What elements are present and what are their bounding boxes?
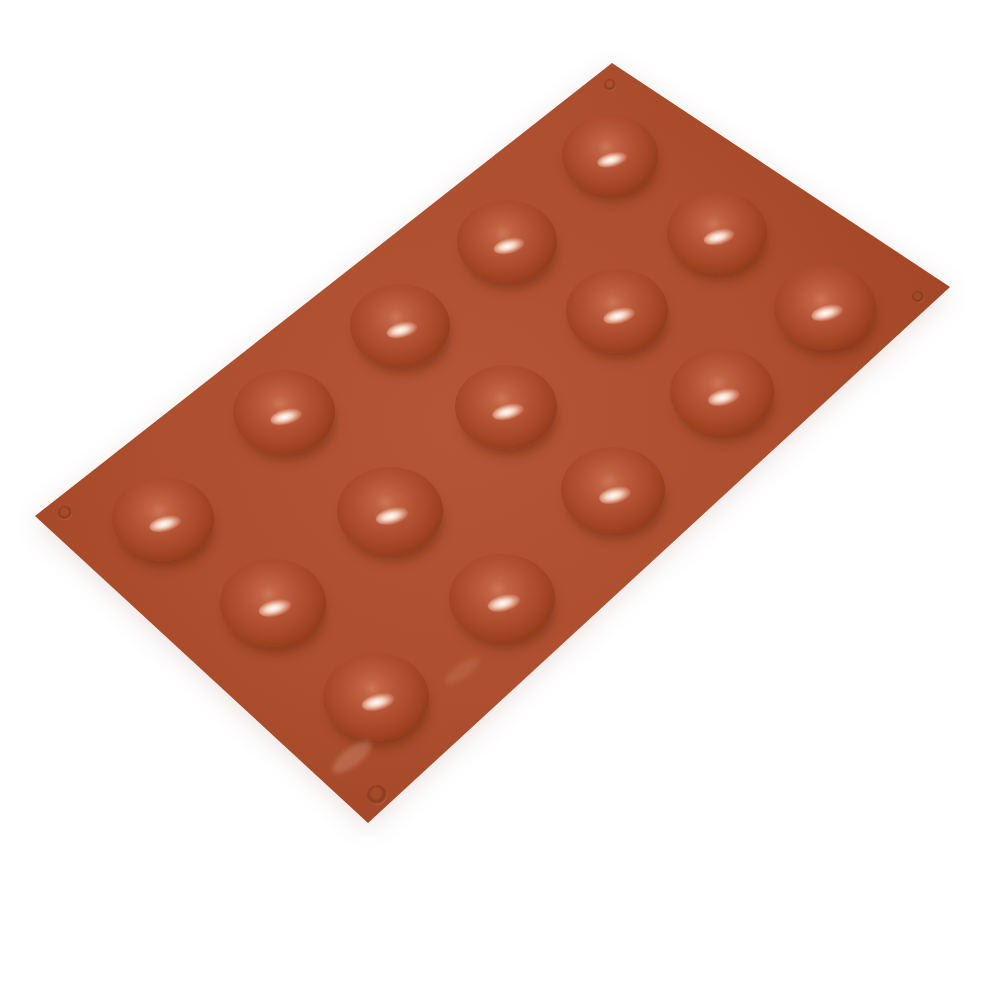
dome-specular-highlight <box>810 302 844 324</box>
mold-dome-r4c2 <box>337 467 443 555</box>
surface-sheen-mark <box>328 735 377 779</box>
mold-dome-r5c2 <box>220 559 326 647</box>
mold-dome-r1c3 <box>774 266 876 351</box>
mold-dome-r2c1 <box>457 200 557 283</box>
silicone-mold-tray <box>0 0 1000 1000</box>
dome-specular-highlight <box>598 484 633 507</box>
mold-dome-r5c1 <box>112 477 214 562</box>
dome-specular-highlight <box>486 592 522 615</box>
dome-specular-highlight <box>385 319 419 341</box>
mold-shadow-wrap <box>0 0 1000 1000</box>
mold-dome-r1c2 <box>667 191 767 274</box>
mold-dome-r3c3 <box>561 447 665 533</box>
dome-specular-highlight <box>492 235 526 257</box>
dome-specular-highlight <box>269 406 303 428</box>
dome-specular-highlight <box>148 513 182 535</box>
mold-dome-r2c3 <box>670 349 774 435</box>
mold-dome-r3c2 <box>455 365 557 450</box>
mold-dome-r1c1 <box>562 115 658 195</box>
surface-sheen-mark <box>442 654 483 688</box>
dome-specular-highlight <box>360 691 396 714</box>
mold-dome-r4c1 <box>233 370 335 455</box>
corner-hang-hole-top <box>604 79 616 91</box>
dome-specular-highlight <box>596 149 628 170</box>
dome-specular-highlight <box>602 305 636 327</box>
mold-dome-r4c3 <box>449 554 555 642</box>
corner-hang-hole-left <box>58 506 72 520</box>
dome-specular-highlight <box>491 401 525 423</box>
dome-specular-highlight <box>702 226 736 248</box>
mold-dome-r5c3 <box>323 653 429 741</box>
corner-hang-hole-bottom <box>367 785 387 805</box>
mold-dome-r2c2 <box>566 269 668 354</box>
dome-specular-highlight <box>374 505 410 528</box>
corner-hang-hole-right <box>912 291 924 303</box>
mold-dome-r3c1 <box>350 284 450 367</box>
dome-specular-highlight <box>707 386 742 409</box>
product-photo-stage <box>0 0 1000 1000</box>
dome-specular-highlight <box>257 597 293 620</box>
